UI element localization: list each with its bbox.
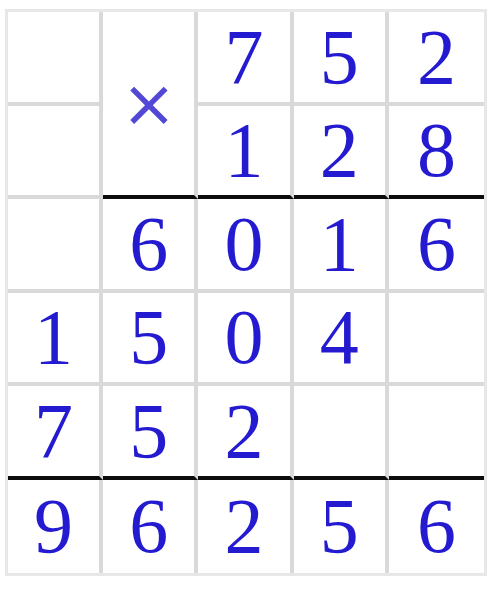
cell-r5c4 — [294, 386, 389, 480]
long-multiplication-grid: × 7 5 2 1 2 8 6 0 1 6 1 5 0 4 7 5 2 9 6 … — [5, 9, 487, 576]
cell-r2c1 — [8, 106, 103, 200]
cell-r6c3: 2 — [198, 480, 293, 574]
cell-r5c1: 7 — [8, 386, 103, 480]
cell-r5c2: 5 — [103, 386, 198, 480]
cell-r3c3: 0 — [198, 199, 293, 293]
cell-r4c4: 4 — [294, 293, 389, 387]
cell-r5c5 — [389, 386, 484, 480]
cell-r3c4: 1 — [294, 199, 389, 293]
cell-r4c3: 0 — [198, 293, 293, 387]
cell-r2c4: 2 — [294, 106, 389, 200]
cell-r3c2: 6 — [103, 199, 198, 293]
cell-r2c3: 1 — [198, 106, 293, 200]
cell-r6c5: 6 — [389, 480, 484, 574]
cell-r1c1 — [8, 12, 103, 106]
cell-r6c2: 6 — [103, 480, 198, 574]
cell-r1c4: 5 — [294, 12, 389, 106]
cell-r6c4: 5 — [294, 480, 389, 574]
cell-r4c2: 5 — [103, 293, 198, 387]
cell-r1c3: 7 — [198, 12, 293, 106]
multiply-operator-icon: × — [103, 12, 198, 199]
cell-r3c5: 6 — [389, 199, 484, 293]
cell-r4c1: 1 — [8, 293, 103, 387]
cell-r1c5: 2 — [389, 12, 484, 106]
cell-r6c1: 9 — [8, 480, 103, 574]
cell-r4c5 — [389, 293, 484, 387]
cell-r5c3: 2 — [198, 386, 293, 480]
cell-r2c5: 8 — [389, 106, 484, 200]
cell-r3c1 — [8, 199, 103, 293]
